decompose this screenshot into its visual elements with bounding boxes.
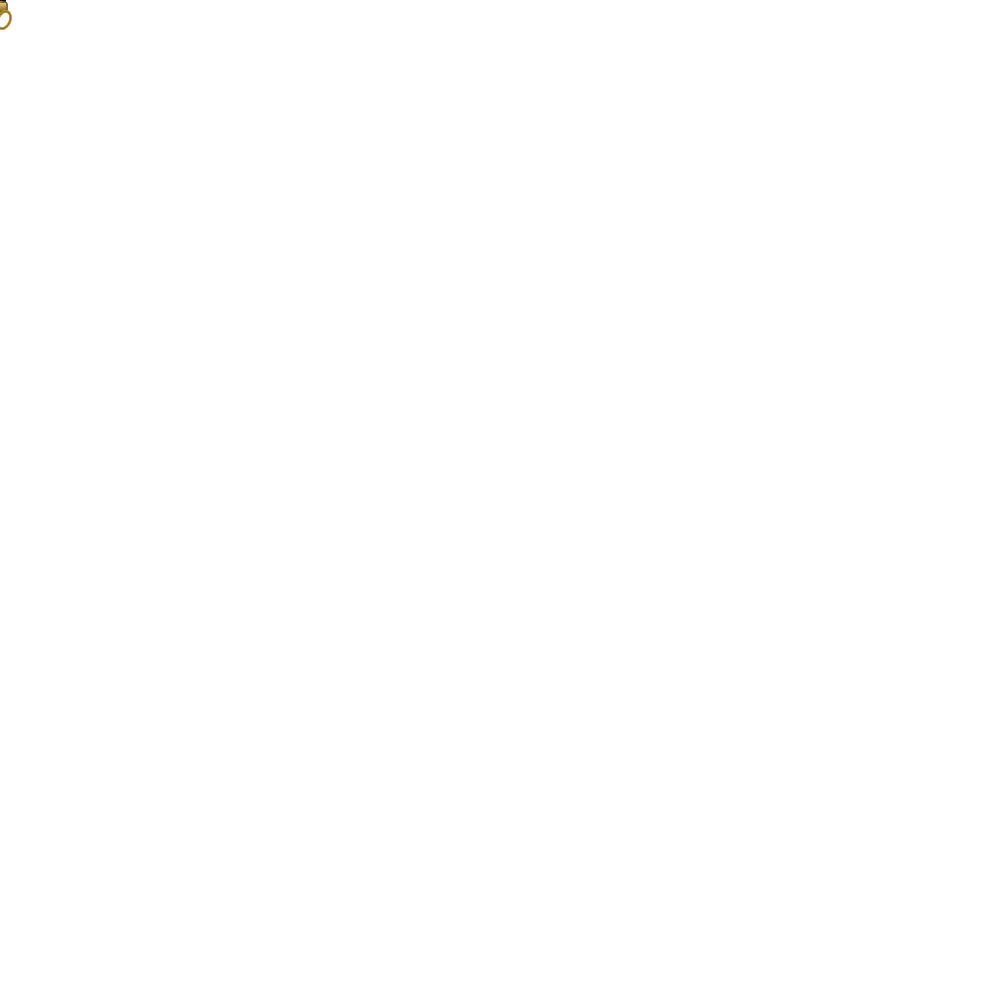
piece-black-pawn-h8: ♟	[0, 0, 7, 4]
brass-clasp-front-right	[0, 0, 13, 31]
chess-set-product-photo: 11HH22GG33FF44EE55DD66CC77BB88AA♜♞♝♛♚♝♞♜…	[0, 0, 1001, 1001]
chess-board: 11HH22GG33FF44EE55DD66CC77BB88AA♜♞♝♛♚♝♞♜…	[0, 0, 1001, 1001]
